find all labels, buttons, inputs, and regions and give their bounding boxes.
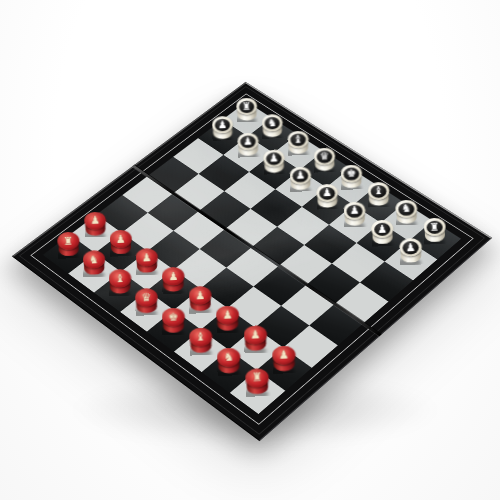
piece-top-disc: ♟ [219, 307, 236, 321]
piece-cylinder-side [372, 228, 393, 244]
piece-ivory-rook-a1[interactable]: ♜ [236, 97, 258, 123]
piece-top: ♝ [287, 130, 309, 148]
piece-top: ♜ [245, 367, 269, 387]
piece-cylinder-side [217, 314, 238, 330]
piece-top: ♟ [263, 149, 285, 167]
bishop-icon: ♝ [115, 271, 125, 283]
piece-ivory-bishop-f1[interactable]: ♝ [367, 181, 390, 208]
piece-cylinder-side [400, 246, 421, 262]
piece-top-disc: ♟ [165, 269, 182, 283]
piece-top: ♚ [340, 164, 362, 182]
piece-top: ♟ [343, 201, 365, 220]
piece-ivory-queen-d1[interactable]: ♛ [313, 147, 335, 174]
knight-icon: ♞ [267, 116, 277, 127]
piece-shadow [156, 287, 184, 297]
piece-cylinder-side [190, 295, 211, 311]
piece-top-disc: ♚ [343, 166, 359, 179]
bishop-icon: ♝ [373, 184, 383, 195]
pawn-icon: ♟ [116, 232, 126, 243]
piece-ivory-pawn-a2[interactable]: ♟ [212, 115, 234, 141]
piece-cylinder-side [110, 277, 131, 293]
piece-top-disc: ♟ [319, 186, 335, 199]
piece-top: ♞ [217, 347, 241, 367]
piece-cylinder-side [137, 256, 158, 272]
piece-shadow [239, 389, 268, 400]
pawn-icon: ♟ [217, 118, 227, 129]
pawn-icon: ♟ [377, 222, 387, 233]
pawn-icon: ♟ [243, 135, 253, 146]
piece-top-disc: ♚ [165, 309, 182, 323]
piece-top-disc: ♜ [239, 100, 255, 113]
piece-ivory-pawn-b2[interactable]: ♟ [237, 132, 259, 159]
piece-cylinder-side [245, 334, 267, 350]
piece-cylinder-side [111, 238, 132, 254]
piece-cylinder-side [84, 259, 105, 275]
piece-top-disc: ♟ [240, 134, 256, 147]
piece-shadow [103, 289, 131, 299]
bishop-icon: ♝ [195, 330, 206, 342]
piece-top-disc: ♟ [87, 213, 103, 226]
pawn-icon: ♟ [322, 186, 332, 197]
piece-red-bishop-c8[interactable]: ♝ [108, 268, 131, 296]
piece-top: ♟ [289, 166, 311, 184]
piece-red-bishop-f8[interactable]: ♝ [189, 327, 213, 356]
piece-top: ♜ [423, 217, 446, 236]
piece-top-disc: ♟ [402, 240, 419, 254]
piece-cylinder-side [163, 275, 184, 291]
piece-top: ♟ [316, 183, 338, 202]
piece-top: ♟ [237, 132, 259, 150]
piece-top-disc: ♟ [266, 151, 282, 164]
piece-top-disc: ♝ [111, 271, 128, 285]
piece-top-disc: ♜ [60, 234, 76, 248]
piece-red-pawn-h7[interactable]: ♟ [272, 345, 296, 374]
queen-icon: ♛ [141, 291, 152, 303]
piece-top-disc: ♟ [112, 232, 128, 246]
piece-top: ♞ [395, 199, 417, 218]
piece-ivory-knight-g1[interactable]: ♞ [395, 199, 418, 227]
pawn-icon: ♟ [195, 289, 206, 301]
pawn-icon: ♟ [250, 328, 261, 340]
piece-red-pawn-b7[interactable]: ♟ [109, 229, 132, 257]
piece-top-disc: ♝ [290, 132, 306, 145]
piece-top: ♝ [367, 181, 389, 200]
piece-top: ♛ [135, 287, 158, 306]
piece-red-rook-h8[interactable]: ♜ [245, 367, 270, 397]
piece-top: ♟ [216, 305, 240, 325]
piece-ivory-pawn-g2[interactable]: ♟ [371, 219, 394, 247]
piece-shadow [210, 325, 238, 335]
piece-red-knight-g8[interactable]: ♞ [217, 347, 241, 376]
piece-shadow [129, 308, 157, 318]
piece-ivory-rook-h1[interactable]: ♜ [423, 217, 446, 245]
piece-top-disc: ♞ [264, 116, 280, 129]
pawn-icon: ♟ [222, 308, 233, 320]
pawn-icon: ♟ [278, 348, 289, 360]
piece-top: ♜ [57, 231, 80, 250]
piece-shadow [183, 348, 212, 358]
piece-top: ♚ [161, 307, 185, 327]
piece-top: ♛ [313, 147, 335, 165]
piece-red-pawn-f7[interactable]: ♟ [216, 305, 240, 334]
piece-top-disc: ♟ [346, 203, 362, 216]
rook-icon: ♜ [252, 371, 263, 383]
piece-top: ♟ [371, 219, 394, 238]
piece-red-pawn-c7[interactable]: ♟ [135, 247, 158, 275]
piece-top-disc: ♟ [138, 250, 155, 264]
chessboard[interactable]: ♜♞♝♛♚♝♞♜♟♟♟♟♟♟♟♟♟♟♟♟♟♟♟♟♜♞♝♛♚♝♞♜ [12, 82, 492, 441]
piece-ivory-king-e1[interactable]: ♚ [340, 164, 362, 191]
piece-top-disc: ♟ [374, 222, 390, 236]
piece-top-disc: ♞ [86, 252, 103, 266]
piece-shadow [156, 328, 184, 338]
piece-cylinder-side [58, 240, 79, 256]
piece-red-pawn-g7[interactable]: ♟ [243, 324, 267, 353]
piece-top: ♟ [84, 211, 106, 230]
piece-top: ♟ [212, 115, 234, 133]
rook-icon: ♜ [63, 234, 73, 245]
piece-top-disc: ♟ [292, 168, 308, 181]
piece-ivory-pawn-h2[interactable]: ♟ [399, 237, 422, 265]
piece-cylinder-side [136, 297, 157, 313]
piece-ivory-knight-b1[interactable]: ♞ [261, 113, 283, 139]
piece-cylinder-side [190, 336, 212, 352]
piece-red-queen-d8[interactable]: ♛ [135, 287, 159, 316]
piece-top: ♟ [109, 229, 132, 248]
piece-red-pawn-d7[interactable]: ♟ [162, 266, 185, 294]
piece-top: ♟ [399, 237, 422, 256]
rook-icon: ♜ [429, 220, 439, 231]
piece-top-disc: ♝ [370, 184, 386, 197]
king-icon: ♚ [168, 310, 179, 322]
piece-top-disc: ♛ [316, 149, 332, 162]
piece-cylinder-side [218, 356, 240, 373]
pawn-icon: ♟ [141, 251, 151, 262]
piece-red-pawn-a7[interactable]: ♟ [84, 211, 107, 239]
piece-top-disc: ♟ [247, 327, 264, 341]
piece-top: ♟ [272, 345, 296, 365]
pawn-icon: ♟ [90, 214, 100, 225]
queen-icon: ♛ [319, 150, 329, 161]
piece-ivory-bishop-c1[interactable]: ♝ [287, 130, 309, 157]
piece-cylinder-side [425, 226, 446, 242]
pieces-layer: ♜♞♝♛♚♝♞♜♟♟♟♟♟♟♟♟♟♟♟♟♟♟♟♟♜♞♝♛♚♝♞♜ [12, 82, 492, 441]
piece-cylinder-side [163, 316, 184, 332]
piece-top-disc: ♛ [138, 290, 155, 304]
king-icon: ♚ [346, 167, 356, 178]
piece-top: ♝ [108, 268, 131, 287]
piece-top-disc: ♟ [275, 347, 292, 361]
piece-top-disc: ♞ [398, 201, 414, 214]
piece-top-disc: ♜ [426, 219, 442, 233]
rook-icon: ♜ [242, 100, 252, 111]
piece-top-disc: ♞ [220, 350, 237, 364]
piece-red-rook-a8[interactable]: ♜ [57, 231, 80, 259]
piece-top-disc: ♟ [192, 288, 209, 302]
piece-top: ♟ [243, 324, 267, 344]
piece-top: ♞ [261, 113, 283, 131]
knight-icon: ♞ [401, 202, 411, 213]
piece-cylinder-side [273, 354, 295, 371]
knight-icon: ♞ [89, 253, 99, 264]
piece-cylinder-side [246, 377, 268, 394]
pawn-icon: ♟ [269, 152, 279, 163]
piece-red-pawn-e7[interactable]: ♟ [188, 285, 212, 314]
bishop-icon: ♝ [293, 133, 303, 144]
piece-top: ♟ [162, 266, 185, 285]
piece-top: ♟ [188, 285, 211, 304]
piece-top: ♜ [236, 97, 257, 115]
piece-red-knight-b8[interactable]: ♞ [82, 249, 105, 277]
piece-top: ♞ [82, 249, 105, 268]
pawn-icon: ♟ [349, 204, 359, 215]
piece-top: ♝ [189, 327, 213, 347]
pawn-icon: ♟ [295, 169, 305, 180]
piece-red-king-e8[interactable]: ♚ [161, 307, 185, 336]
knight-icon: ♞ [223, 350, 234, 362]
pawn-icon: ♟ [405, 240, 415, 251]
pawn-icon: ♟ [168, 269, 178, 281]
piece-top-disc: ♜ [248, 370, 266, 384]
piece-top: ♟ [135, 247, 158, 266]
piece-top-disc: ♟ [215, 118, 231, 131]
product-photo-scene: ♜♞♝♛♚♝♞♜♟♟♟♟♟♟♟♟♟♟♟♟♟♟♟♟♜♞♝♛♚♝♞♜ [0, 0, 500, 500]
piece-shadow [130, 268, 158, 278]
piece-top-disc: ♝ [192, 329, 209, 343]
